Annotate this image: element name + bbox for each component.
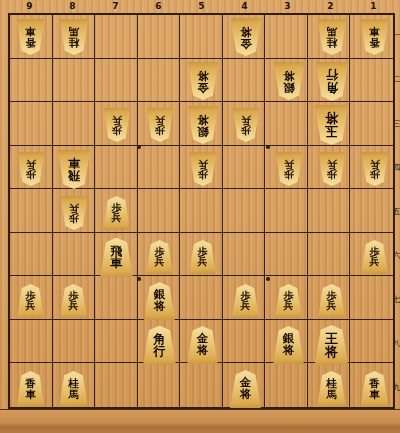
cell-3-9[interactable] — [265, 363, 308, 407]
cell-7-1[interactable] — [95, 15, 138, 59]
piece-kanji: 兵 — [241, 301, 251, 311]
cell-3-3[interactable] — [265, 102, 308, 146]
piece-kanji: 兵 — [69, 301, 79, 311]
piece-kanji: 兵 — [112, 115, 122, 125]
cell-7-7[interactable] — [95, 276, 138, 320]
cell-7-4[interactable] — [95, 146, 138, 190]
piece-kanji: 兵 — [112, 213, 122, 223]
piece-kanji: 車 — [111, 257, 123, 269]
cell-8-2[interactable] — [53, 59, 96, 103]
piece-kanji: 兵 — [370, 159, 380, 169]
cell-6-5[interactable] — [138, 189, 181, 233]
cell-8-6[interactable] — [53, 233, 96, 277]
piece-kanji: 兵 — [69, 203, 79, 213]
star-point — [137, 277, 141, 281]
piece-kanji: 兵 — [284, 159, 294, 169]
cell-9-2[interactable] — [10, 59, 53, 103]
piece-kanji: 兵 — [26, 159, 36, 169]
piece-kanji: 歩 — [284, 169, 294, 179]
piece-kanji: 車 — [369, 389, 380, 400]
cell-8-3[interactable] — [53, 102, 96, 146]
cell-6-1[interactable] — [138, 15, 181, 59]
piece-kanji: 角 — [326, 81, 338, 93]
star-point — [266, 277, 270, 281]
piece-kanji: 車 — [25, 389, 36, 400]
piece-kanji: 馬 — [68, 26, 79, 37]
piece-kanji: 馬 — [326, 26, 337, 37]
file-label-2: 2 — [309, 0, 352, 13]
cell-1-8[interactable] — [350, 320, 393, 364]
cell-9-3[interactable] — [10, 102, 53, 146]
piece-kanji: 兵 — [327, 301, 337, 311]
piece-kanji: 歩 — [155, 125, 165, 135]
file-labels: 987654321 — [8, 0, 395, 13]
cell-1-3[interactable] — [350, 102, 393, 146]
piece-kanji: 桂 — [326, 37, 337, 48]
star-point — [266, 145, 270, 149]
cell-3-5[interactable] — [265, 189, 308, 233]
piece-kanji: 将 — [240, 25, 252, 37]
piece-kanji: 将 — [325, 345, 338, 358]
piece-kanji: 兵 — [241, 115, 251, 125]
piece-kanji: 王 — [325, 332, 338, 345]
piece-kanji: 兵 — [284, 301, 294, 311]
piece-kanji: 行 — [326, 69, 338, 81]
piece-kanji: 兵 — [198, 257, 208, 267]
cell-9-6[interactable] — [10, 233, 53, 277]
cell-2-6[interactable] — [308, 233, 351, 277]
cell-4-2[interactable] — [223, 59, 266, 103]
file-label-7: 7 — [94, 0, 137, 13]
cell-1-2[interactable] — [350, 59, 393, 103]
cell-5-5[interactable] — [180, 189, 223, 233]
cell-7-8[interactable] — [95, 320, 138, 364]
piece-kanji: 歩 — [112, 125, 122, 135]
piece-kanji: 兵 — [327, 159, 337, 169]
file-label-8: 8 — [51, 0, 94, 13]
cell-1-5[interactable] — [350, 189, 393, 233]
file-label-1: 1 — [352, 0, 395, 13]
cell-4-8[interactable] — [223, 320, 266, 364]
cell-1-7[interactable] — [350, 276, 393, 320]
cell-4-4[interactable] — [223, 146, 266, 190]
piece-kanji: 飛 — [68, 169, 80, 181]
file-label-6: 6 — [137, 0, 180, 13]
cell-5-1[interactable] — [180, 15, 223, 59]
piece-kanji: 将 — [283, 69, 295, 81]
piece-kanji: 歩 — [327, 169, 337, 179]
piece-kanji: 将 — [197, 113, 209, 125]
cell-5-9[interactable] — [180, 363, 223, 407]
piece-kanji: 歩 — [241, 125, 251, 135]
piece-kanji: 兵 — [155, 115, 165, 125]
piece-kanji: 将 — [240, 389, 252, 401]
file-label-4: 4 — [223, 0, 266, 13]
piece-kanji: 車 — [369, 26, 380, 37]
cell-6-9[interactable] — [138, 363, 181, 407]
piece-kanji: 兵 — [198, 159, 208, 169]
shogi-board-app: 987654321 一二三四五六七八九 香車桂馬金将桂馬香車金将銀将角行歩兵歩兵… — [0, 0, 400, 433]
piece-kanji: 香 — [369, 37, 380, 48]
piece-kanji: 馬 — [68, 389, 79, 400]
piece-kanji: 将 — [325, 112, 338, 125]
cell-9-5[interactable] — [10, 189, 53, 233]
cell-5-7[interactable] — [180, 276, 223, 320]
piece-kanji: 歩 — [198, 169, 208, 179]
piece-kanji: 車 — [68, 157, 80, 169]
piece-kanji: 将 — [283, 345, 295, 357]
piece-kanji: 将 — [197, 345, 209, 357]
piece-kanji: 将 — [154, 301, 166, 313]
piece-kanji: 桂 — [68, 37, 79, 48]
piece-kanji: 車 — [25, 26, 36, 37]
cell-4-5[interactable] — [223, 189, 266, 233]
cell-6-2[interactable] — [138, 59, 181, 103]
file-label-3: 3 — [266, 0, 309, 13]
cell-3-6[interactable] — [265, 233, 308, 277]
piece-kanji: 玉 — [325, 125, 338, 138]
cell-9-8[interactable] — [10, 320, 53, 364]
piece-kanji: 将 — [197, 69, 209, 81]
piece-kanji: 歩 — [69, 213, 79, 223]
cell-8-8[interactable] — [53, 320, 96, 364]
file-label-9: 9 — [8, 0, 51, 13]
cell-2-5[interactable] — [308, 189, 351, 233]
piece-kanji: 馬 — [326, 389, 337, 400]
piece-kanji: 歩 — [370, 169, 380, 179]
cell-6-4[interactable] — [138, 146, 181, 190]
cell-7-9[interactable] — [95, 363, 138, 407]
piece-kanji: 兵 — [26, 301, 36, 311]
file-label-5: 5 — [180, 0, 223, 13]
piece-kanji: 兵 — [155, 257, 165, 267]
piece-kanji: 行 — [154, 345, 166, 357]
cell-4-6[interactable] — [223, 233, 266, 277]
cell-7-2[interactable] — [95, 59, 138, 103]
board-bottom-edge — [0, 409, 400, 433]
shogi-board[interactable]: 香車桂馬金将桂馬香車金将銀将角行歩兵歩兵銀将歩兵玉将歩兵飛車歩兵歩兵歩兵歩兵歩兵… — [8, 13, 395, 409]
star-point — [137, 145, 141, 149]
cell-3-1[interactable] — [265, 15, 308, 59]
piece-kanji: 香 — [25, 37, 36, 48]
piece-kanji: 兵 — [370, 257, 380, 267]
piece-kanji: 歩 — [26, 169, 36, 179]
